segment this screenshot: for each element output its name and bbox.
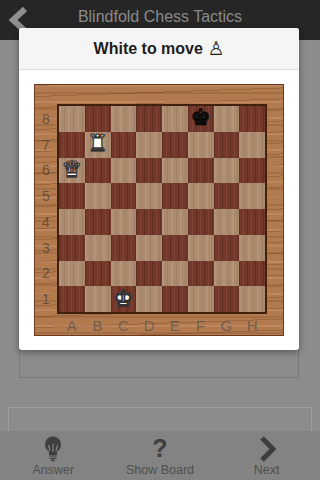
rank-label-2: 2 <box>35 261 57 287</box>
next-button[interactable]: Next <box>213 431 320 480</box>
show-board-label: Show Board <box>126 463 194 477</box>
rank-label-5: 5 <box>35 183 57 209</box>
lightbulb-icon <box>42 435 64 462</box>
square-a4 <box>59 209 85 235</box>
rank-label-8: 8 <box>35 106 57 132</box>
square-h5 <box>239 183 265 209</box>
square-b1 <box>85 286 111 312</box>
next-label: Next <box>254 463 280 477</box>
square-f3 <box>188 235 214 261</box>
square-f8: ♚ <box>188 106 214 132</box>
square-b2 <box>85 261 111 287</box>
square-d5 <box>136 183 162 209</box>
bottom-toolbar: Answer ? Show Board Next <box>0 431 320 480</box>
square-a6: ♛ <box>59 158 85 184</box>
square-h7 <box>239 132 265 158</box>
file-label-a: A <box>59 315 85 336</box>
square-e7 <box>162 132 188 158</box>
square-e5 <box>162 183 188 209</box>
square-g8 <box>214 106 240 132</box>
square-g1 <box>214 286 240 312</box>
answer-label: Answer <box>32 463 74 477</box>
file-label-b: B <box>85 315 111 336</box>
rank-label-6: 6 <box>35 158 57 184</box>
square-d8 <box>136 106 162 132</box>
square-b5 <box>85 183 111 209</box>
file-label-f: F <box>188 315 214 336</box>
square-e4 <box>162 209 188 235</box>
dialog-header: White to move ♙ <box>19 28 299 70</box>
square-b6 <box>85 158 111 184</box>
square-c2 <box>111 261 137 287</box>
black-king: ♚ <box>190 106 211 129</box>
square-c5 <box>111 183 137 209</box>
chess-board: 87654321 ♚♜♛♚ ABCDEFGH <box>34 84 284 336</box>
square-h6 <box>239 158 265 184</box>
rank-label-3: 3 <box>35 235 57 261</box>
chevron-right-icon <box>258 435 276 462</box>
file-label-c: C <box>111 315 137 336</box>
dialog-title: White to move <box>94 40 203 57</box>
square-a8 <box>59 106 85 132</box>
square-f6 <box>188 158 214 184</box>
square-h3 <box>239 235 265 261</box>
square-a3 <box>59 235 85 261</box>
white-queen: ♛ <box>62 158 83 181</box>
board-grid: ♚♜♛♚ <box>57 104 267 314</box>
square-a7 <box>59 132 85 158</box>
square-f1 <box>188 286 214 312</box>
file-label-d: D <box>136 315 162 336</box>
question-icon: ? <box>152 435 167 462</box>
square-e3 <box>162 235 188 261</box>
square-e6 <box>162 158 188 184</box>
square-h2 <box>239 261 265 287</box>
white-king: ♚ <box>113 287 134 310</box>
square-h4 <box>239 209 265 235</box>
square-c6 <box>111 158 137 184</box>
file-label-g: G <box>214 315 240 336</box>
square-e2 <box>162 261 188 287</box>
square-g7 <box>214 132 240 158</box>
show-board-button[interactable]: ? Show Board <box>107 431 214 480</box>
square-f5 <box>188 183 214 209</box>
square-g6 <box>214 158 240 184</box>
square-g4 <box>214 209 240 235</box>
square-b8 <box>85 106 111 132</box>
square-c3 <box>111 235 137 261</box>
square-h1 <box>239 286 265 312</box>
square-d1 <box>136 286 162 312</box>
square-a5 <box>59 183 85 209</box>
puzzle-dialog: White to move ♙ 87654321 ♚♜♛♚ ABCDEFGH <box>19 28 299 350</box>
answer-button[interactable]: Answer <box>0 431 107 480</box>
square-b7: ♜ <box>85 132 111 158</box>
square-c4 <box>111 209 137 235</box>
square-d6 <box>136 158 162 184</box>
square-c8 <box>111 106 137 132</box>
square-b3 <box>85 235 111 261</box>
square-f7 <box>188 132 214 158</box>
app-screen: Blindfold Chess Tactics ) Answer ? <box>0 0 320 480</box>
square-d2 <box>136 261 162 287</box>
square-a1 <box>59 286 85 312</box>
square-d4 <box>136 209 162 235</box>
file-label-e: E <box>162 315 188 336</box>
dimmed-input-outline <box>8 407 312 432</box>
square-b4 <box>85 209 111 235</box>
rank-labels: 87654321 <box>35 106 57 312</box>
square-e1 <box>162 286 188 312</box>
square-f2 <box>188 261 214 287</box>
white-pawn-icon: ♙ <box>207 37 224 59</box>
square-d3 <box>136 235 162 261</box>
file-labels: ABCDEFGH <box>59 315 265 336</box>
square-h8 <box>239 106 265 132</box>
square-a2 <box>59 261 85 287</box>
square-d7 <box>136 132 162 158</box>
white-rook: ♜ <box>87 132 108 155</box>
square-g3 <box>214 235 240 261</box>
file-label-h: H <box>239 315 265 336</box>
rank-label-4: 4 <box>35 209 57 235</box>
rank-label-1: 1 <box>35 286 57 312</box>
square-e8 <box>162 106 188 132</box>
square-f4 <box>188 209 214 235</box>
square-g5 <box>214 183 240 209</box>
square-g2 <box>214 261 240 287</box>
square-c7 <box>111 132 137 158</box>
rank-label-7: 7 <box>35 132 57 158</box>
square-c1: ♚ <box>111 286 137 312</box>
